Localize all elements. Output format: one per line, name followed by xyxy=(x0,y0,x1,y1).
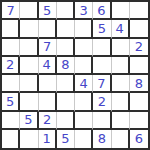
cell-r6c7[interactable] xyxy=(112,93,130,111)
cell-r6c8[interactable] xyxy=(130,93,148,111)
cell-r5c1[interactable] xyxy=(2,75,20,93)
given-digit: 8 xyxy=(98,132,106,145)
cell-r2c7[interactable]: 4 xyxy=(112,20,130,38)
cell-r5c6[interactable]: 7 xyxy=(93,75,111,93)
cell-r5c8[interactable]: 8 xyxy=(130,75,148,93)
cell-r8c8[interactable]: 6 xyxy=(130,130,148,148)
cell-r7c8[interactable] xyxy=(130,112,148,130)
cell-r1c1[interactable]: 7 xyxy=(2,2,20,20)
given-digit: 6 xyxy=(97,4,105,17)
cell-r7c5[interactable] xyxy=(75,112,93,130)
cell-r4c1[interactable]: 2 xyxy=(2,57,20,75)
cell-r1c7[interactable] xyxy=(112,2,130,20)
cell-r5c7[interactable] xyxy=(112,75,130,93)
cell-r8c2[interactable] xyxy=(20,130,38,148)
given-digit: 3 xyxy=(79,4,87,17)
given-digit: 1 xyxy=(42,132,50,145)
cell-r7c2[interactable]: 5 xyxy=(20,112,38,130)
bricks-board: 7536547224847852521586 xyxy=(0,0,150,150)
cell-r8c5[interactable] xyxy=(75,130,93,148)
cell-r1c8[interactable] xyxy=(130,2,148,20)
given-digit: 7 xyxy=(6,4,14,17)
given-digit: 7 xyxy=(97,77,105,90)
cell-r4c8[interactable] xyxy=(130,57,148,75)
given-digit: 5 xyxy=(6,95,14,108)
cell-r7c6[interactable] xyxy=(93,112,111,130)
cell-r3c1[interactable] xyxy=(2,39,20,57)
cell-r6c1[interactable]: 5 xyxy=(2,93,20,111)
cell-r7c7[interactable] xyxy=(112,112,130,130)
cell-r5c5[interactable]: 4 xyxy=(75,75,93,93)
cell-r7c4[interactable] xyxy=(57,112,75,130)
given-digit: 8 xyxy=(61,58,69,71)
cell-r8c4[interactable]: 5 xyxy=(57,130,75,148)
cell-r6c4[interactable] xyxy=(57,93,75,111)
cell-r2c5[interactable] xyxy=(75,20,93,38)
cell-r2c1[interactable] xyxy=(2,20,20,38)
given-digit: 2 xyxy=(135,40,143,53)
cell-r2c3[interactable] xyxy=(39,20,57,38)
cell-r4c4[interactable]: 8 xyxy=(57,57,75,75)
cell-r7c3[interactable]: 2 xyxy=(39,112,57,130)
cell-r2c8[interactable] xyxy=(130,20,148,38)
cell-r5c2[interactable] xyxy=(20,75,38,93)
given-digit: 5 xyxy=(61,132,69,145)
cell-r8c6[interactable]: 8 xyxy=(93,130,111,148)
cell-r8c1[interactable] xyxy=(2,130,20,148)
cell-r6c5[interactable] xyxy=(75,93,93,111)
cell-r6c6[interactable]: 2 xyxy=(93,93,111,111)
cell-r8c3[interactable]: 1 xyxy=(39,130,57,148)
given-digit: 2 xyxy=(6,58,14,71)
cell-r3c8[interactable]: 2 xyxy=(130,39,148,57)
given-digit: 7 xyxy=(43,40,51,53)
given-digit: 6 xyxy=(135,132,143,145)
cell-r1c3[interactable]: 5 xyxy=(39,2,57,20)
cell-r4c5[interactable] xyxy=(75,57,93,75)
cell-r3c7[interactable] xyxy=(112,39,130,57)
given-digit: 4 xyxy=(79,77,87,90)
cell-r3c6[interactable] xyxy=(93,39,111,57)
cell-r2c4[interactable] xyxy=(57,20,75,38)
cell-r4c6[interactable] xyxy=(93,57,111,75)
cell-r1c6[interactable]: 6 xyxy=(93,2,111,20)
cell-r1c5[interactable]: 3 xyxy=(75,2,93,20)
cell-r5c4[interactable] xyxy=(57,75,75,93)
cell-r7c1[interactable] xyxy=(2,112,20,130)
cell-r4c2[interactable] xyxy=(20,57,38,75)
cell-r8c7[interactable] xyxy=(112,130,130,148)
given-digit: 5 xyxy=(98,22,106,35)
cell-r2c6[interactable]: 5 xyxy=(93,20,111,38)
given-digit: 5 xyxy=(24,113,32,126)
cell-r2c2[interactable] xyxy=(20,20,38,38)
cell-r6c2[interactable] xyxy=(20,93,38,111)
given-digit: 5 xyxy=(43,4,51,17)
cell-r3c2[interactable] xyxy=(20,39,38,57)
cell-r1c4[interactable] xyxy=(57,2,75,20)
cell-r3c4[interactable] xyxy=(57,39,75,57)
given-digit: 2 xyxy=(98,95,106,108)
cell-r3c3[interactable]: 7 xyxy=(39,39,57,57)
cell-r5c3[interactable] xyxy=(39,75,57,93)
cell-r3c5[interactable] xyxy=(75,39,93,57)
cell-r1c2[interactable] xyxy=(20,2,38,20)
given-digit: 8 xyxy=(135,77,143,90)
cell-r6c3[interactable] xyxy=(39,93,57,111)
given-digit: 4 xyxy=(42,58,50,71)
cell-r4c3[interactable]: 4 xyxy=(39,57,57,75)
given-digit: 2 xyxy=(43,113,51,126)
cell-r4c7[interactable] xyxy=(112,57,130,75)
given-digit: 4 xyxy=(115,22,123,35)
